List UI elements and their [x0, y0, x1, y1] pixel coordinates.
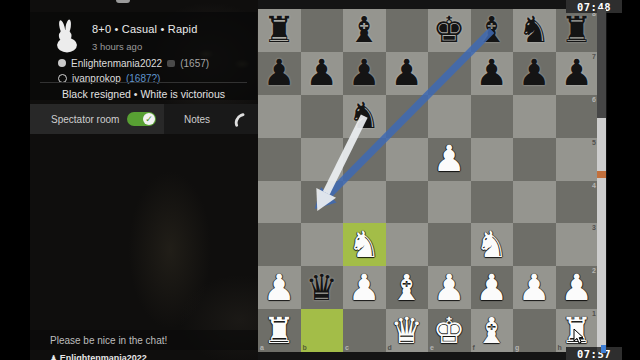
tab-notes[interactable]: Notes — [164, 104, 258, 134]
black-queen: ♛ — [301, 266, 344, 309]
white-queen: ♛ — [386, 309, 429, 352]
black-pawn: ♟ — [386, 52, 429, 95]
square-d2[interactable]: ♝ — [386, 266, 429, 309]
square-b2[interactable]: ♛ — [301, 266, 344, 309]
square-d8[interactable] — [386, 9, 429, 52]
file-label: d — [388, 344, 392, 351]
square-b6[interactable] — [301, 95, 344, 138]
square-f6[interactable] — [471, 95, 514, 138]
square-e4[interactable] — [428, 181, 471, 224]
lichess-spectator-screen: 8+0 • Casual • Rapid 3 hours ago Enlight… — [0, 0, 640, 360]
square-h4[interactable]: 4 — [556, 181, 599, 224]
player-color-disc-icon — [58, 59, 66, 67]
white-pawn: ♟ — [471, 266, 514, 309]
square-b4[interactable] — [301, 181, 344, 224]
black-pawn: ♟ — [513, 52, 556, 95]
square-g1[interactable]: g — [513, 309, 556, 352]
pawn-icon: ♟ — [50, 354, 57, 360]
scrollbar[interactable] — [597, 9, 606, 352]
black-clock: 07:48 — [566, 0, 622, 13]
square-h7[interactable]: 7♟ — [556, 52, 599, 95]
rank-label: 7 — [592, 53, 596, 60]
square-g4[interactable] — [513, 181, 556, 224]
square-g2[interactable]: ♟ — [513, 266, 556, 309]
square-c3[interactable]: ♞ — [343, 223, 386, 266]
square-c4[interactable] — [343, 181, 386, 224]
rank-label: 5 — [592, 139, 596, 146]
white-pawn: ♟ — [343, 266, 386, 309]
square-a7[interactable]: ♟ — [258, 52, 301, 95]
black-rook: ♜ — [258, 9, 301, 52]
square-b8[interactable] — [301, 9, 344, 52]
square-a4[interactable] — [258, 181, 301, 224]
black-knight: ♞ — [343, 95, 386, 138]
rank-label: 2 — [592, 267, 596, 274]
chat-notice-bar: Please be nice in the chat! — [30, 330, 258, 350]
square-a3[interactable] — [258, 223, 301, 266]
square-f8[interactable]: ♝ — [471, 9, 514, 52]
square-b5[interactable] — [301, 138, 344, 181]
black-bishop: ♝ — [471, 9, 514, 52]
white-pawn: ♟ — [258, 266, 301, 309]
spectator-room-label: Spectator room — [51, 114, 119, 125]
rapid-rabbit-icon — [52, 19, 82, 53]
square-b1[interactable]: b — [301, 309, 344, 352]
black-king: ♚ — [428, 9, 471, 52]
rank-label: 1 — [592, 310, 596, 317]
played-ago-label: 3 hours ago — [92, 41, 142, 52]
white-pawn: ♟ — [556, 266, 599, 309]
black-bishop: ♝ — [343, 9, 386, 52]
square-a6[interactable] — [258, 95, 301, 138]
square-h5[interactable]: 5 — [556, 138, 599, 181]
player-row-1: Enlightenmania2022 (1657) — [58, 57, 209, 69]
square-e3[interactable] — [428, 223, 471, 266]
square-g7[interactable]: ♟ — [513, 52, 556, 95]
black-pawn: ♟ — [301, 52, 344, 95]
square-f4[interactable] — [471, 181, 514, 224]
square-d3[interactable] — [386, 223, 429, 266]
square-e2[interactable]: ♟ — [428, 266, 471, 309]
chat-author: Enlightenmania2022 — [60, 353, 147, 360]
scrollbar-marker-blue — [601, 345, 606, 353]
scrollbar-marker-orange — [597, 171, 606, 178]
square-h8[interactable]: 8♜ — [556, 9, 599, 52]
chat-notice-text: Please be nice in the chat! — [50, 335, 167, 346]
square-f7[interactable]: ♟ — [471, 52, 514, 95]
square-f2[interactable]: ♟ — [471, 266, 514, 309]
file-label: f — [473, 344, 475, 351]
black-rook: ♜ — [556, 9, 599, 52]
white-knight: ♞ — [471, 223, 514, 266]
square-e8[interactable]: ♚ — [428, 9, 471, 52]
square-h6[interactable]: 6 — [556, 95, 599, 138]
square-g3[interactable] — [513, 223, 556, 266]
phone-icon[interactable] — [233, 112, 248, 127]
game-info-panel: 8+0 • Casual • Rapid 3 hours ago Enlight… — [30, 12, 257, 100]
badge-icon — [167, 60, 175, 67]
file-label: c — [345, 344, 349, 351]
black-pawn: ♟ — [471, 52, 514, 95]
square-c2[interactable]: ♟ — [343, 266, 386, 309]
rank-label: 3 — [592, 224, 596, 231]
chat-message-clipped: ♟ Enlightenmania2022 — [30, 353, 258, 360]
white-pawn: ♟ — [428, 266, 471, 309]
square-e5[interactable]: ♟ — [428, 138, 471, 181]
square-h3[interactable]: 3 — [556, 223, 599, 266]
file-label: h — [558, 344, 562, 351]
white-knight: ♞ — [343, 223, 386, 266]
white-pawn: ♟ — [428, 138, 471, 181]
square-b3[interactable] — [301, 223, 344, 266]
game-result-text: Black resigned • White is victorious — [30, 88, 257, 100]
square-h2[interactable]: 2♟ — [556, 266, 599, 309]
square-a1[interactable]: a♜ — [258, 309, 301, 352]
square-c6[interactable]: ♞ — [343, 95, 386, 138]
square-a5[interactable] — [258, 138, 301, 181]
square-c1[interactable]: c — [343, 309, 386, 352]
white-rook: ♜ — [258, 309, 301, 352]
white-bishop: ♝ — [471, 309, 514, 352]
chat-toggle[interactable]: ✓ — [127, 112, 156, 126]
square-g8[interactable]: ♞ — [513, 9, 556, 52]
black-knight: ♞ — [513, 9, 556, 52]
white-clock: 07:57 — [566, 347, 622, 360]
file-label: a — [260, 344, 264, 351]
square-b7[interactable]: ♟ — [301, 52, 344, 95]
square-d7[interactable]: ♟ — [386, 52, 429, 95]
chat-tab-bar: Spectator room ✓ Notes — [30, 104, 258, 134]
time-control-label: 8+0 • Casual • Rapid — [92, 23, 198, 35]
black-pawn: ♟ — [258, 52, 301, 95]
rank-label: 4 — [592, 182, 596, 189]
square-a8[interactable]: ♜ — [258, 9, 301, 52]
cutoff-ui-element — [116, 0, 130, 3]
white-king: ♚ — [428, 309, 471, 352]
square-d1[interactable]: d♛ — [386, 309, 429, 352]
scrollbar-thumb[interactable] — [597, 118, 606, 347]
square-d4[interactable] — [386, 181, 429, 224]
square-e7[interactable] — [428, 52, 471, 95]
square-c5[interactable] — [343, 138, 386, 181]
square-c7[interactable]: ♟ — [343, 52, 386, 95]
player-1-name[interactable]: Enlightenmania2022 — [71, 58, 162, 69]
rank-label: 6 — [592, 96, 596, 103]
check-icon: ✓ — [143, 113, 155, 125]
square-d5[interactable] — [386, 138, 429, 181]
tab-spectator-room[interactable]: Spectator room ✓ — [30, 104, 164, 134]
square-f1[interactable]: f♝ — [471, 309, 514, 352]
black-pawn: ♟ — [343, 52, 386, 95]
divider — [40, 82, 247, 83]
white-pawn: ♟ — [513, 266, 556, 309]
square-c8[interactable]: ♝ — [343, 9, 386, 52]
black-pawn: ♟ — [556, 52, 599, 95]
square-e1[interactable]: e♚ — [428, 309, 471, 352]
file-label: e — [430, 344, 434, 351]
file-label: g — [515, 344, 519, 351]
white-bishop: ♝ — [386, 266, 429, 309]
square-a2[interactable]: ♟ — [258, 266, 301, 309]
square-d6[interactable] — [386, 95, 429, 138]
square-e6[interactable] — [428, 95, 471, 138]
square-f3[interactable]: ♞ — [471, 223, 514, 266]
square-f5[interactable] — [471, 138, 514, 181]
file-label: b — [303, 344, 307, 351]
square-g5[interactable] — [513, 138, 556, 181]
player-1-rating: (1657) — [180, 58, 209, 69]
mouse-cursor-icon — [573, 329, 585, 345]
chess-board: ♜♝♚♝♞8♜♟♟♟♟♟♟7♟♞6♟54♞♞3♟♛♟♝♟♟♟2♟a♜bcd♛e♚… — [258, 9, 598, 352]
square-g6[interactable] — [513, 95, 556, 138]
notes-label: Notes — [184, 114, 210, 125]
